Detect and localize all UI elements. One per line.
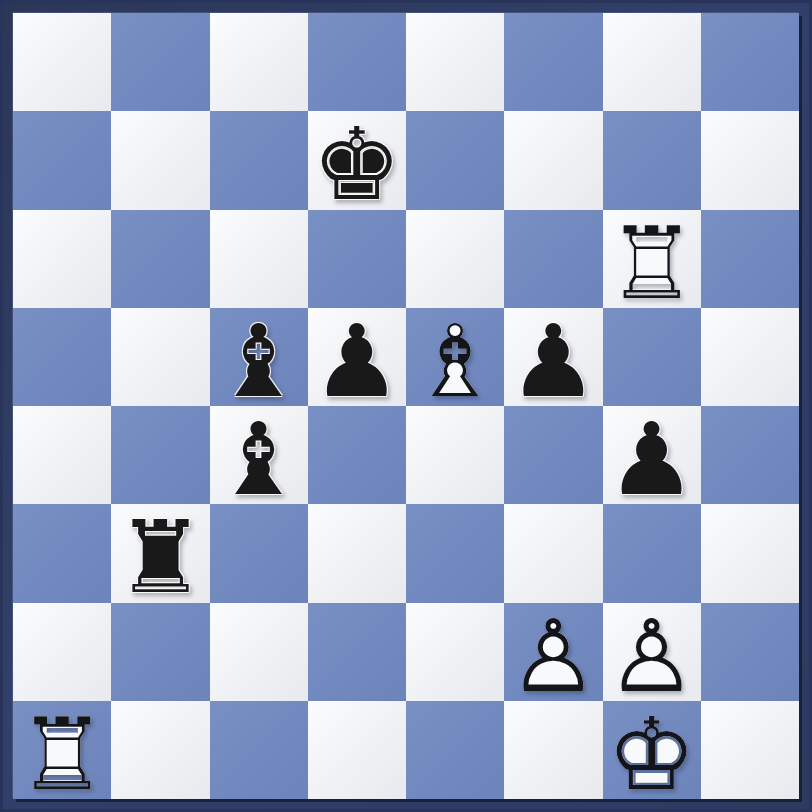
square-g3[interactable] <box>603 504 701 602</box>
square-g4[interactable]: ♟ <box>603 406 701 504</box>
square-f8[interactable] <box>504 13 602 111</box>
black-pawn-icon: ♟ <box>603 406 701 504</box>
square-c8[interactable] <box>210 13 308 111</box>
square-h2[interactable] <box>701 603 799 701</box>
black-rook-icon: ♜ <box>111 504 209 602</box>
chess-board: ♚♜♖♝♟♝♗♟♝♟♜♟♙♟♙♜♖♚♔ <box>13 13 799 799</box>
square-g6[interactable]: ♜♖ <box>603 210 701 308</box>
square-e3[interactable] <box>406 504 504 602</box>
square-d8[interactable] <box>308 13 406 111</box>
square-a4[interactable] <box>13 406 111 504</box>
square-d6[interactable] <box>308 210 406 308</box>
square-g2[interactable]: ♟♙ <box>603 603 701 701</box>
square-c6[interactable] <box>210 210 308 308</box>
square-h3[interactable] <box>701 504 799 602</box>
white-pawn-icon: ♟♙ <box>504 603 602 701</box>
square-c4[interactable]: ♝ <box>210 406 308 504</box>
white-pawn-icon: ♟♙ <box>603 603 701 701</box>
square-h6[interactable] <box>701 210 799 308</box>
square-e7[interactable] <box>406 111 504 209</box>
square-f7[interactable] <box>504 111 602 209</box>
square-g8[interactable] <box>603 13 701 111</box>
square-h1[interactable] <box>701 701 799 799</box>
square-c5[interactable]: ♝ <box>210 308 308 406</box>
square-a8[interactable] <box>13 13 111 111</box>
square-b5[interactable] <box>111 308 209 406</box>
square-c7[interactable] <box>210 111 308 209</box>
square-c1[interactable] <box>210 701 308 799</box>
square-a5[interactable] <box>13 308 111 406</box>
square-a3[interactable] <box>13 504 111 602</box>
square-c3[interactable] <box>210 504 308 602</box>
square-b3[interactable]: ♜ <box>111 504 209 602</box>
square-b6[interactable] <box>111 210 209 308</box>
square-e8[interactable] <box>406 13 504 111</box>
square-d5[interactable]: ♟ <box>308 308 406 406</box>
square-f2[interactable]: ♟♙ <box>504 603 602 701</box>
square-g7[interactable] <box>603 111 701 209</box>
white-king-icon: ♚♔ <box>603 701 701 799</box>
black-pawn-icon: ♟ <box>504 308 602 406</box>
square-g1[interactable]: ♚♔ <box>603 701 701 799</box>
black-king-icon: ♚ <box>308 111 406 209</box>
square-d2[interactable] <box>308 603 406 701</box>
square-e6[interactable] <box>406 210 504 308</box>
square-g5[interactable] <box>603 308 701 406</box>
square-h7[interactable] <box>701 111 799 209</box>
square-f3[interactable] <box>504 504 602 602</box>
square-a1[interactable]: ♜♖ <box>13 701 111 799</box>
square-h4[interactable] <box>701 406 799 504</box>
black-pawn-icon: ♟ <box>308 308 406 406</box>
square-e5[interactable]: ♝♗ <box>406 308 504 406</box>
square-h8[interactable] <box>701 13 799 111</box>
square-h5[interactable] <box>701 308 799 406</box>
square-b1[interactable] <box>111 701 209 799</box>
square-d1[interactable] <box>308 701 406 799</box>
square-b4[interactable] <box>111 406 209 504</box>
square-e4[interactable] <box>406 406 504 504</box>
square-f5[interactable]: ♟ <box>504 308 602 406</box>
square-e2[interactable] <box>406 603 504 701</box>
board-frame: ♚♜♖♝♟♝♗♟♝♟♜♟♙♟♙♜♖♚♔ <box>0 0 812 812</box>
square-f6[interactable] <box>504 210 602 308</box>
black-bishop-icon: ♝ <box>210 308 308 406</box>
square-a2[interactable] <box>13 603 111 701</box>
black-bishop-icon: ♝ <box>210 406 308 504</box>
square-f1[interactable] <box>504 701 602 799</box>
white-bishop-icon: ♝♗ <box>406 308 504 406</box>
white-rook-icon: ♜♖ <box>603 210 701 308</box>
square-e1[interactable] <box>406 701 504 799</box>
square-a6[interactable] <box>13 210 111 308</box>
square-a7[interactable] <box>13 111 111 209</box>
square-b2[interactable] <box>111 603 209 701</box>
square-d3[interactable] <box>308 504 406 602</box>
square-b7[interactable] <box>111 111 209 209</box>
white-rook-icon: ♜♖ <box>13 701 111 799</box>
square-d4[interactable] <box>308 406 406 504</box>
square-f4[interactable] <box>504 406 602 504</box>
square-b8[interactable] <box>111 13 209 111</box>
square-c2[interactable] <box>210 603 308 701</box>
square-d7[interactable]: ♚ <box>308 111 406 209</box>
